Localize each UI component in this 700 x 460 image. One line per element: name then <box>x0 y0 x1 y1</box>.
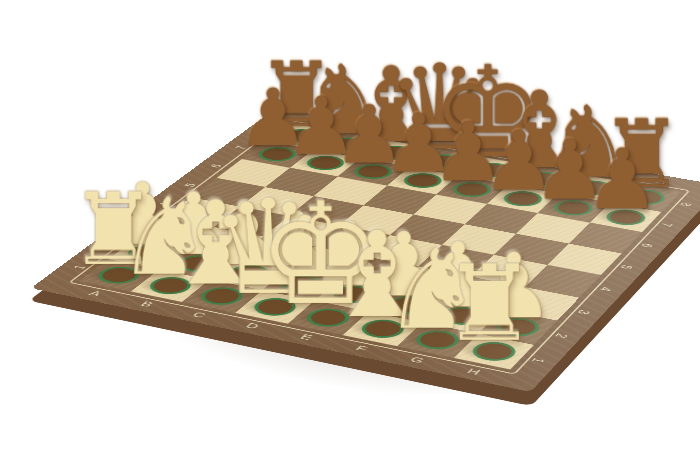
perspective-scene: ♜♞♝♛♚♝♞♜♟♟♟♟♟♟♟♟♟♟♟♟♟♟♟♟♜♞♝♛♚♝♞♜ ABCDEFG… <box>130 0 650 460</box>
white-rook-glyph: ♜ <box>413 252 566 357</box>
photo-backdrop: ♜♞♝♛♚♝♞♜♟♟♟♟♟♟♟♟♟♟♟♟♟♟♟♟♜♞♝♛♚♝♞♜ ABCDEFG… <box>0 0 700 460</box>
board-frame: ♜♞♝♛♚♝♞♜♟♟♟♟♟♟♟♟♟♟♟♟♟♟♟♟♜♞♝♛♚♝♞♜ ABCDEFG… <box>31 108 700 392</box>
black-pawn-glyph: ♟ <box>553 138 692 221</box>
chess-board: ♜♞♝♛♚♝♞♜♟♟♟♟♟♟♟♟♟♟♟♟♟♟♟♟♜♞♝♛♚♝♞♜ ABCDEFG… <box>31 108 700 392</box>
